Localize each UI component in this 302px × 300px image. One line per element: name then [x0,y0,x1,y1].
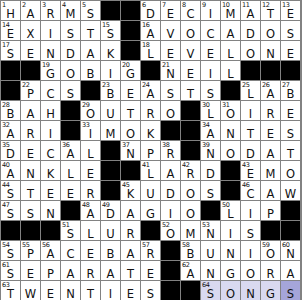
cell-r1c13[interactable]: 11A [241,1,261,21]
cell-r6c6[interactable]: U [101,101,121,121]
cell-r14c8[interactable]: E [141,261,161,281]
black-cell-r7c9 [161,121,181,141]
cell-r13c8[interactable]: 57R [141,241,161,261]
cell-r14c7[interactable]: T [121,261,141,281]
cell-letter: A [1,167,20,181]
cell-r15c13[interactable]: N [241,281,261,300]
cell-letter: N [201,147,220,161]
cell-letter: E [141,267,160,281]
cell-letter: E [21,147,40,161]
cell-r13c7[interactable]: A [121,241,141,261]
black-cell-r9c12 [221,161,241,181]
cell-r2c12[interactable]: A [221,21,241,41]
cell-r13c10[interactable]: 58B [181,241,201,261]
cell-letter: A [141,87,160,101]
cell-r14c4[interactable]: A [61,261,81,281]
black-cell-r4c2 [21,61,41,81]
cell-r15c15[interactable]: S [281,281,301,300]
black-cell-r6c4 [61,101,81,121]
cell-letter: S [241,227,260,241]
cell-r2c3[interactable]: I [41,21,61,41]
cell-r1c8[interactable]: 6D [141,1,161,21]
cell-r12c12[interactable]: I [221,221,241,241]
black-cell-r10c6 [101,181,121,201]
cell-r11c3[interactable]: N [41,201,61,221]
cell-r2c6[interactable]: 15S [101,21,121,41]
cell-r5c7[interactable]: E [121,81,141,101]
cell-r5c3[interactable]: C [41,81,61,101]
cell-r4c9[interactable]: 21N [161,61,181,81]
cell-letter: A [261,187,280,201]
cell-r12c10[interactable]: M [181,221,201,241]
cell-letter: S [161,87,180,101]
cell-r2c10[interactable]: O [181,21,201,41]
cell-r4c7[interactable]: 20G [121,61,141,81]
cell-r9c15[interactable]: O [281,161,301,181]
cell-r12c9[interactable]: 52O [161,221,181,241]
cell-letter: N [241,287,260,300]
cell-r3c11[interactable]: E [201,41,221,61]
cell-letter: O [241,267,260,281]
cell-r5c9[interactable]: S [161,81,181,101]
cell-r1c10[interactable]: 8C [181,1,201,21]
cell-letter: O [181,27,200,41]
cell-r1c11[interactable]: 9I [201,1,221,21]
cell-letter: I [161,207,180,221]
cell-r1c5[interactable]: 5S [81,1,101,21]
crossword-grid: 1H2A3R4M5S6D7E8C9I10M11A12T13E14EXIST15S… [0,0,302,300]
black-cell-r4c14 [261,61,281,81]
cell-letter: A [121,207,140,221]
cell-r4c6[interactable]: I [101,61,121,81]
cell-r11c2[interactable]: S [21,201,41,221]
cell-letter: D [201,167,220,181]
cell-r10c11[interactable]: S [201,181,221,201]
black-cell-r7c10 [181,121,201,141]
cell-letter: O [161,107,180,121]
cell-r8c5[interactable]: L [81,141,101,161]
cell-r13c5[interactable]: E [81,241,101,261]
cell-r3c3[interactable]: N [41,41,61,61]
cell-r3c13[interactable]: O [241,41,261,61]
cell-letter: V [181,47,200,61]
cell-letter: E [81,247,100,261]
cell-r10c15[interactable]: W [281,181,301,201]
cell-letter: R [81,187,100,201]
cell-r7c6[interactable]: M [101,121,121,141]
cell-r3c10[interactable]: V [181,41,201,61]
cell-letter: A [161,167,180,181]
cell-r12c7[interactable]: R [121,221,141,241]
cell-r3c1[interactable]: 17S [1,41,21,61]
cell-r8c1[interactable]: 35D [1,141,21,161]
cell-r10c2[interactable]: T [21,181,41,201]
cell-r3c15[interactable]: E [281,41,301,61]
cell-r6c5[interactable]: 29O [81,101,101,121]
cell-r10c14[interactable]: A [261,181,281,201]
cell-letter: X [21,27,40,41]
cell-letter: N [161,67,180,81]
cell-letter: N [201,267,220,281]
cell-r6c15[interactable]: E [281,101,301,121]
cell-r13c15[interactable]: 60N [281,241,301,261]
cell-r13c13[interactable]: I [241,241,261,261]
cell-letter: U [101,107,120,121]
cell-letter: B [1,107,20,121]
cell-r14c2[interactable]: E [21,261,41,281]
cell-r10c10[interactable]: O [181,181,201,201]
cell-r12c4[interactable]: 51S [61,221,81,241]
cell-r2c2[interactable]: X [21,21,41,41]
black-cell-r15c9 [161,281,181,300]
cell-letter: A [121,247,140,261]
cell-r5c10[interactable]: T [181,81,201,101]
cell-r7c2[interactable]: R [21,121,41,141]
cell-r11c6[interactable]: 49D [101,201,121,221]
cell-r7c15[interactable]: S [281,121,301,141]
cell-r1c2[interactable]: 2A [21,1,41,21]
cell-r14c11[interactable]: N [201,261,221,281]
cell-letter: M [61,7,80,21]
black-cell-r15c10 [181,281,201,300]
cell-r15c2[interactable]: W [21,281,41,300]
cell-r2c13[interactable]: D [241,21,261,41]
cell-r3c14[interactable]: N [261,41,281,61]
cell-r6c3[interactable]: H [41,101,61,121]
cell-r7c14[interactable]: E [261,121,281,141]
cell-letter: A [221,27,240,41]
cell-r15c7[interactable]: E [121,281,141,300]
cell-r10c9[interactable]: D [161,181,181,201]
cell-letter: L [221,47,240,61]
cell-r1c3[interactable]: 3R [41,1,61,21]
cell-r6c14[interactable]: R [261,101,281,121]
cell-r10c8[interactable]: U [141,181,161,201]
cell-r9c14[interactable]: M [261,161,281,181]
cell-letter: R [161,147,180,161]
cell-r13c14[interactable]: 59O [261,241,281,261]
cell-r2c14[interactable]: O [261,21,281,41]
cell-letter: B [281,87,300,101]
cell-r5c13[interactable]: 25L [241,81,261,101]
cell-letter: I [221,227,240,241]
cell-r6c9[interactable]: O [161,101,181,121]
cell-letter: I [81,127,100,141]
cell-letter: U [201,247,220,261]
cell-r13c11[interactable]: U [201,241,221,261]
cell-r5c2[interactable]: 22P [21,81,41,101]
black-cell-r1c6 [101,1,121,21]
cell-r10c13[interactable]: 46C [241,181,261,201]
cell-letter: S [1,187,20,201]
cell-r8c4[interactable]: 36A [61,141,81,161]
cell-letter: B [101,87,120,101]
cell-letter: T [241,127,260,141]
cell-r13c4[interactable]: C [61,241,81,261]
cell-r7c8[interactable]: K [141,121,161,141]
cell-letter: E [21,47,40,61]
cell-letter: P [41,267,60,281]
cell-r2c15[interactable]: S [281,21,301,41]
cell-r13c1[interactable]: 54S [1,241,21,261]
cell-letter: S [201,87,220,101]
cell-r5c6[interactable]: 23B [101,81,121,101]
cell-r7c5[interactable]: 33I [81,121,101,141]
cell-letter: N [281,247,300,261]
cell-letter: L [81,147,100,161]
cell-letter: N [201,227,220,241]
cell-r4c5[interactable]: B [81,61,101,81]
cell-r4c3[interactable]: 19G [41,61,61,81]
cell-r11c13[interactable]: I [241,201,261,221]
cell-r1c14[interactable]: 12T [261,1,281,21]
cell-letter: R [21,127,40,141]
cell-letter: K [101,47,120,61]
black-cell-r7c4 [61,121,81,141]
cell-letter: A [81,207,100,221]
cell-letter: T [1,287,20,300]
cell-r9c3[interactable]: K [41,161,61,181]
cell-r3c5[interactable]: A [81,41,101,61]
cell-letter: A [41,247,60,261]
cell-r7c1[interactable]: 32A [1,121,21,141]
cell-r4c11[interactable]: I [201,61,221,81]
cell-r8c11[interactable]: 39N [201,141,221,161]
cell-r3c2[interactable]: E [21,41,41,61]
cell-letter: D [101,207,120,221]
cell-r6c8[interactable]: R [141,101,161,121]
cell-r7c13[interactable]: T [241,121,261,141]
cell-letter: B [81,67,100,81]
cell-r9c5[interactable]: E [81,161,101,181]
cell-r7c3[interactable]: I [41,121,61,141]
cell-r6c11[interactable]: 30L [201,101,221,121]
cell-r3c12[interactable]: L [221,41,241,61]
black-cell-r1c7 [121,1,141,21]
cell-letter: L [241,87,260,101]
cell-letter: P [21,247,40,261]
cell-r9c13[interactable]: 43E [241,161,261,181]
cell-r7c7[interactable]: O [121,121,141,141]
cell-letter: O [181,187,200,201]
cell-letter: M [101,127,120,141]
cell-r1c15[interactable]: 13E [281,1,301,21]
cell-r15c8[interactable]: S [141,281,161,300]
cell-r14c15[interactable]: A [281,261,301,281]
cell-letter: R [141,247,160,261]
cell-r9c2[interactable]: N [21,161,41,181]
cell-r6c7[interactable]: T [121,101,141,121]
cell-r5c15[interactable]: 27B [281,81,301,101]
cell-r1c12[interactable]: 10M [221,1,241,21]
cell-letter: L [61,167,80,181]
cell-r12c6[interactable]: U [101,221,121,241]
cell-r11c5[interactable]: 48A [81,201,101,221]
cell-r8c3[interactable]: C [41,141,61,161]
cell-r3c4[interactable]: D [61,41,81,61]
cell-letter: R [181,167,200,181]
cell-r9c10[interactable]: 42R [181,161,201,181]
cell-r15c1[interactable]: 63T [1,281,21,300]
cell-letter: E [161,47,180,61]
cell-letter: A [81,47,100,61]
cell-r3c6[interactable]: K [101,41,121,61]
cell-r11c10[interactable]: O [181,201,201,221]
cell-r10c5[interactable]: R [81,181,101,201]
cell-r11c14[interactable]: P [261,201,281,221]
cell-letter: D [241,147,260,161]
cell-r10c3[interactable]: E [41,181,61,201]
cell-r7c12[interactable]: N [221,121,241,141]
cell-letter: D [241,27,260,41]
cell-r8c13[interactable]: D [241,141,261,161]
cell-letter: I [101,287,120,300]
cell-r11c12[interactable]: 50L [221,201,241,221]
cell-letter: I [241,107,260,121]
cell-letter: E [1,27,20,41]
cell-r6c13[interactable]: I [241,101,261,121]
cell-letter: I [201,7,220,21]
cell-r12c11[interactable]: 53N [201,221,221,241]
cell-letter: V [161,27,180,41]
cell-r11c7[interactable]: A [121,201,141,221]
cell-r1c1[interactable]: 1H [1,1,21,21]
cell-letter: S [61,27,80,41]
cell-r3c9[interactable]: E [161,41,181,61]
cell-r14c6[interactable]: A [101,261,121,281]
cell-r5c8[interactable]: 24A [141,81,161,101]
cell-letter: T [261,7,280,21]
cell-letter: L [141,167,160,181]
cell-r11c1[interactable]: 47S [1,201,21,221]
cell-r13c6[interactable]: B [101,241,121,261]
cell-r1c4[interactable]: 4M [61,1,81,21]
cell-r10c1[interactable]: 44S [1,181,21,201]
cell-letter: N [221,127,240,141]
cell-letter: O [281,167,300,181]
cell-r5c14[interactable]: 26A [261,81,281,101]
cell-r14c1[interactable]: 61S [1,261,21,281]
cell-r10c4[interactable]: E [61,181,81,201]
cell-letter: E [41,287,60,300]
cell-r14c14[interactable]: R [261,261,281,281]
cell-r3c8[interactable]: 18L [141,41,161,61]
cell-r14c5[interactable]: R [81,261,101,281]
black-cell-r4c13 [241,61,261,81]
cell-r9c1[interactable]: 40A [1,161,21,181]
cell-letter: T [121,267,140,281]
cell-r2c5[interactable]: T [81,21,101,41]
cell-letter: C [201,27,220,41]
cell-letter: K [141,127,160,141]
cell-letter: M [221,7,240,21]
cell-r15c11[interactable]: 64S [201,281,221,300]
cell-letter: R [41,7,60,21]
cell-r8c2[interactable]: E [21,141,41,161]
cell-letter: E [201,47,220,61]
cell-r2c4[interactable]: S [61,21,81,41]
cell-r15c5[interactable]: T [81,281,101,300]
cell-r12c13[interactable]: S [241,221,261,241]
black-cell-r5c12 [221,81,241,101]
cell-letter: E [281,7,300,21]
cell-letter: I [101,67,120,81]
cell-letter: N [261,47,280,61]
cell-letter: H [1,7,20,21]
cell-letter: A [101,267,120,281]
cell-r13c12[interactable]: N [221,241,241,261]
black-cell-r12c14 [261,221,281,241]
cell-r15c12[interactable]: O [221,281,241,300]
cell-r11c9[interactable]: I [161,201,181,221]
cell-r4c10[interactable]: E [181,61,201,81]
cell-r5c11[interactable]: S [201,81,221,101]
cell-letter: E [41,187,60,201]
black-cell-r8c6 [101,141,121,161]
cell-r8c14[interactable]: A [261,141,281,161]
cell-r15c6[interactable]: I [101,281,121,300]
cell-r6c12[interactable]: 31O [221,101,241,121]
cell-r8c8[interactable]: P [141,141,161,161]
cell-letter: A [21,7,40,21]
cell-r11c8[interactable]: G [141,201,161,221]
cell-r13c3[interactable]: 56A [41,241,61,261]
cell-letter: A [21,107,40,121]
cell-letter: A [181,267,200,281]
cell-r8c12[interactable]: O [221,141,241,161]
cell-letter: T [81,287,100,300]
cell-r9c9[interactable]: A [161,161,181,181]
cell-r15c14[interactable]: G [261,281,281,300]
cell-r9c11[interactable]: D [201,161,221,181]
cell-r2c11[interactable]: C [201,21,221,41]
cell-r14c10[interactable]: 62A [181,261,201,281]
cell-r13c2[interactable]: 55P [21,241,41,261]
cell-r4c12[interactable]: L [221,61,241,81]
cell-r7c11[interactable]: 34A [201,121,221,141]
cell-r8c15[interactable]: T [281,141,301,161]
cell-r6c2[interactable]: A [21,101,41,121]
cell-letter: S [281,27,300,41]
cell-letter: P [141,147,160,161]
cell-letter: S [81,7,100,21]
cell-letter: U [101,227,120,241]
cell-r8c7[interactable]: 37N [121,141,141,161]
cell-r14c3[interactable]: P [41,261,61,281]
black-cell-r4c15 [281,61,301,81]
cell-r15c4[interactable]: N [61,281,81,300]
cell-r6c1[interactable]: 28B [1,101,21,121]
cell-r14c12[interactable]: G [221,261,241,281]
cell-r9c8[interactable]: 41L [141,161,161,181]
cell-letter: O [61,67,80,81]
cell-r2c9[interactable]: V [161,21,181,41]
cell-r2c8[interactable]: 16A [141,21,161,41]
cell-r5c4[interactable]: S [61,81,81,101]
cell-r15c3[interactable]: E [41,281,61,300]
cell-r4c4[interactable]: O [61,61,81,81]
cell-letter: E [281,47,300,61]
cell-r8c9[interactable]: 38R [161,141,181,161]
cell-letter: G [221,267,240,281]
cell-r12c5[interactable]: L [81,221,101,241]
cell-r1c9[interactable]: 7E [161,1,181,21]
cell-r2c1[interactable]: 14E [1,21,21,41]
cell-r9c4[interactable]: L [61,161,81,181]
cell-r14c13[interactable]: O [241,261,261,281]
cell-letter: D [1,147,20,161]
cell-r10c7[interactable]: 45K [121,181,141,201]
